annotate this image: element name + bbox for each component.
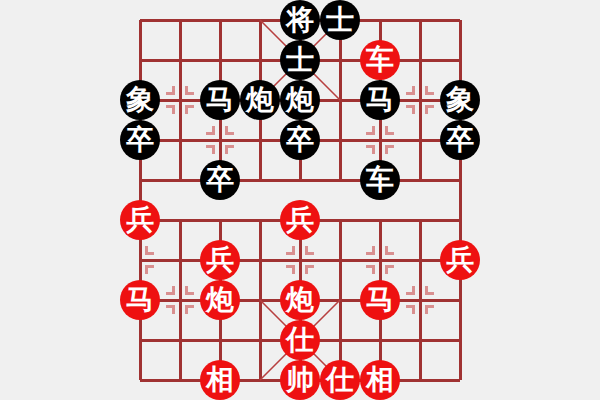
- point-4-1: 士: [280, 40, 320, 80]
- point-8-5: [440, 200, 480, 240]
- point-8-9: [440, 360, 480, 400]
- point-3-6: [240, 240, 280, 280]
- point-1-6: [160, 240, 200, 280]
- piece-red-elephant[interactable]: 相: [200, 360, 240, 400]
- piece-black-advisor[interactable]: 士: [280, 40, 320, 80]
- point-2-9: 相: [200, 360, 240, 400]
- point-2-3: [200, 120, 240, 160]
- piece-red-advisor[interactable]: 仕: [280, 320, 320, 360]
- point-7-8: [400, 320, 440, 360]
- point-4-2: 炮: [280, 80, 320, 120]
- piece-red-horse[interactable]: 马: [120, 280, 160, 320]
- point-6-3: [360, 120, 400, 160]
- point-3-1: [240, 40, 280, 80]
- piece-red-soldier[interactable]: 兵: [280, 200, 320, 240]
- piece-red-soldier[interactable]: 兵: [120, 200, 160, 240]
- point-3-7: [240, 280, 280, 320]
- piece-black-soldier[interactable]: 卒: [440, 120, 480, 160]
- point-0-8: [120, 320, 160, 360]
- point-5-6: [320, 240, 360, 280]
- point-3-8: [240, 320, 280, 360]
- point-7-3: [400, 120, 440, 160]
- point-7-0: [400, 0, 440, 40]
- piece-black-chariot[interactable]: 车: [360, 160, 400, 200]
- point-7-5: [400, 200, 440, 240]
- point-7-6: [400, 240, 440, 280]
- point-1-8: [160, 320, 200, 360]
- point-5-9: 仕: [320, 360, 360, 400]
- point-6-5: [360, 200, 400, 240]
- piece-red-advisor[interactable]: 仕: [320, 360, 360, 400]
- point-3-2: 炮: [240, 80, 280, 120]
- point-6-6: [360, 240, 400, 280]
- piece-red-horse[interactable]: 马: [360, 280, 400, 320]
- point-8-6: 兵: [440, 240, 480, 280]
- point-1-4: [160, 160, 200, 200]
- point-0-7: 马: [120, 280, 160, 320]
- point-2-2: 马: [200, 80, 240, 120]
- point-6-7: 马: [360, 280, 400, 320]
- point-2-0: [200, 0, 240, 40]
- point-6-9: 相: [360, 360, 400, 400]
- point-1-3: [160, 120, 200, 160]
- point-1-7: [160, 280, 200, 320]
- xiangqi-board: 将士士车象马炮炮马象卒卒卒卒车兵兵兵兵马炮炮马仕相帅仕相: [120, 0, 480, 400]
- point-4-6: [280, 240, 320, 280]
- piece-black-elephant[interactable]: 象: [440, 80, 480, 120]
- point-1-1: [160, 40, 200, 80]
- point-2-5: [200, 200, 240, 240]
- point-1-5: [160, 200, 200, 240]
- point-5-4: [320, 160, 360, 200]
- point-5-1: [320, 40, 360, 80]
- point-8-1: [440, 40, 480, 80]
- point-2-6: 兵: [200, 240, 240, 280]
- point-0-9: [120, 360, 160, 400]
- point-5-7: [320, 280, 360, 320]
- point-5-2: [320, 80, 360, 120]
- piece-black-soldier[interactable]: 卒: [280, 120, 320, 160]
- point-6-8: [360, 320, 400, 360]
- point-1-0: [160, 0, 200, 40]
- point-5-0: 士: [320, 0, 360, 40]
- point-4-4: [280, 160, 320, 200]
- point-4-8: 仕: [280, 320, 320, 360]
- piece-black-advisor[interactable]: 士: [320, 0, 360, 40]
- piece-red-general[interactable]: 帅: [280, 360, 320, 400]
- point-8-2: 象: [440, 80, 480, 120]
- point-0-0: [120, 0, 160, 40]
- point-6-2: 马: [360, 80, 400, 120]
- point-0-3: 卒: [120, 120, 160, 160]
- point-2-7: 炮: [200, 280, 240, 320]
- piece-red-soldier[interactable]: 兵: [440, 240, 480, 280]
- point-0-4: [120, 160, 160, 200]
- piece-black-general[interactable]: 将: [280, 0, 320, 40]
- point-2-4: 卒: [200, 160, 240, 200]
- point-8-8: [440, 320, 480, 360]
- point-1-9: [160, 360, 200, 400]
- point-2-8: [200, 320, 240, 360]
- piece-black-cannon[interactable]: 炮: [240, 80, 280, 120]
- piece-black-soldier[interactable]: 卒: [120, 120, 160, 160]
- point-1-2: [160, 80, 200, 120]
- point-8-7: [440, 280, 480, 320]
- point-0-1: [120, 40, 160, 80]
- point-7-4: [400, 160, 440, 200]
- point-8-3: 卒: [440, 120, 480, 160]
- point-4-9: 帅: [280, 360, 320, 400]
- point-6-4: 车: [360, 160, 400, 200]
- point-5-8: [320, 320, 360, 360]
- point-0-6: [120, 240, 160, 280]
- piece-red-soldier[interactable]: 兵: [200, 240, 240, 280]
- piece-black-horse[interactable]: 马: [200, 80, 240, 120]
- point-3-5: [240, 200, 280, 240]
- piece-red-chariot[interactable]: 车: [360, 40, 400, 80]
- point-2-1: [200, 40, 240, 80]
- piece-black-horse[interactable]: 马: [360, 80, 400, 120]
- point-4-5: 兵: [280, 200, 320, 240]
- point-6-0: [360, 0, 400, 40]
- piece-red-cannon[interactable]: 炮: [200, 280, 240, 320]
- piece-red-cannon[interactable]: 炮: [280, 280, 320, 320]
- point-8-0: [440, 0, 480, 40]
- point-3-3: [240, 120, 280, 160]
- point-4-0: 将: [280, 0, 320, 40]
- piece-black-soldier[interactable]: 卒: [200, 160, 240, 200]
- point-7-9: [400, 360, 440, 400]
- point-7-2: [400, 80, 440, 120]
- point-0-5: 兵: [120, 200, 160, 240]
- point-7-7: [400, 280, 440, 320]
- point-8-4: [440, 160, 480, 200]
- point-3-4: [240, 160, 280, 200]
- point-6-1: 车: [360, 40, 400, 80]
- piece-black-cannon[interactable]: 炮: [280, 80, 320, 120]
- point-5-3: [320, 120, 360, 160]
- point-5-5: [320, 200, 360, 240]
- piece-black-elephant[interactable]: 象: [120, 80, 160, 120]
- point-0-2: 象: [120, 80, 160, 120]
- point-4-3: 卒: [280, 120, 320, 160]
- point-7-1: [400, 40, 440, 80]
- piece-red-elephant[interactable]: 相: [360, 360, 400, 400]
- point-3-9: [240, 360, 280, 400]
- point-4-7: 炮: [280, 280, 320, 320]
- point-3-0: [240, 0, 280, 40]
- screen: 将士士车象马炮炮马象卒卒卒卒车兵兵兵兵马炮炮马仕相帅仕相: [0, 0, 600, 400]
